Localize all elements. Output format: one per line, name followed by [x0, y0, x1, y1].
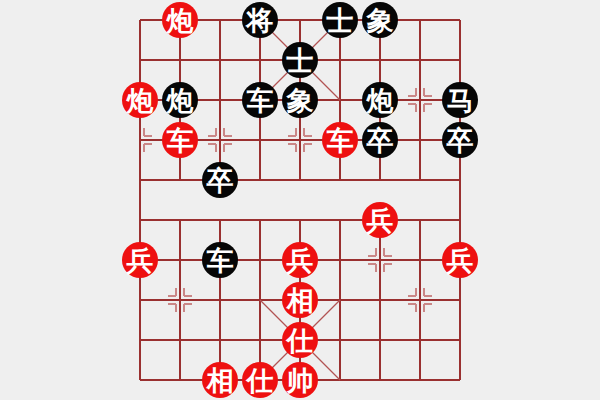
piece-black-advisor-f10[interactable]: 士: [322, 2, 358, 38]
piece-black-pawn-i7[interactable]: 卒: [442, 122, 478, 158]
piece-black-rook-d8[interactable]: 车: [242, 82, 278, 118]
piece-black-cannon-b8[interactable]: 炮: [162, 82, 198, 118]
piece-black-elephant-e8[interactable]: 象: [282, 82, 318, 118]
piece-red-advisor-d1[interactable]: 仕: [242, 362, 278, 398]
piece-red-elephant-e3[interactable]: 相: [282, 282, 318, 318]
piece-black-pawn-c6[interactable]: 卒: [202, 162, 238, 198]
piece-black-rook-c4[interactable]: 车: [202, 242, 238, 278]
piece-red-pawn-a4[interactable]: 兵: [122, 242, 158, 278]
piece-red-elephant-c1[interactable]: 相: [202, 362, 238, 398]
piece-red-king-e1[interactable]: 帅: [282, 362, 318, 398]
piece-black-pawn-g7[interactable]: 卒: [362, 122, 398, 158]
piece-red-advisor-e2[interactable]: 仕: [282, 322, 318, 358]
piece-red-rook-f7[interactable]: 车: [322, 122, 358, 158]
piece-black-advisor-e9[interactable]: 士: [282, 42, 318, 78]
piece-black-cannon-g8[interactable]: 炮: [362, 82, 398, 118]
piece-black-horse-i8[interactable]: 马: [442, 82, 478, 118]
piece-red-rook-b7[interactable]: 车: [162, 122, 198, 158]
piece-red-pawn-i4[interactable]: 兵: [442, 242, 478, 278]
piece-red-cannon-a8[interactable]: 炮: [122, 82, 158, 118]
piece-red-pawn-g5[interactable]: 兵: [362, 202, 398, 238]
piece-black-elephant-g10[interactable]: 象: [362, 2, 398, 38]
piece-red-pawn-e4[interactable]: 兵: [282, 242, 318, 278]
piece-red-cannon-b10[interactable]: 炮: [162, 2, 198, 38]
pieces-layer: 炮将士象士炮炮车象炮马车车卒卒卒兵兵车兵兵相仕相仕帅: [0, 0, 600, 400]
xiangqi-board[interactable]: 炮将士象士炮炮车象炮马车车卒卒卒兵兵车兵兵相仕相仕帅: [0, 0, 600, 400]
piece-black-king-d10[interactable]: 将: [242, 2, 278, 38]
